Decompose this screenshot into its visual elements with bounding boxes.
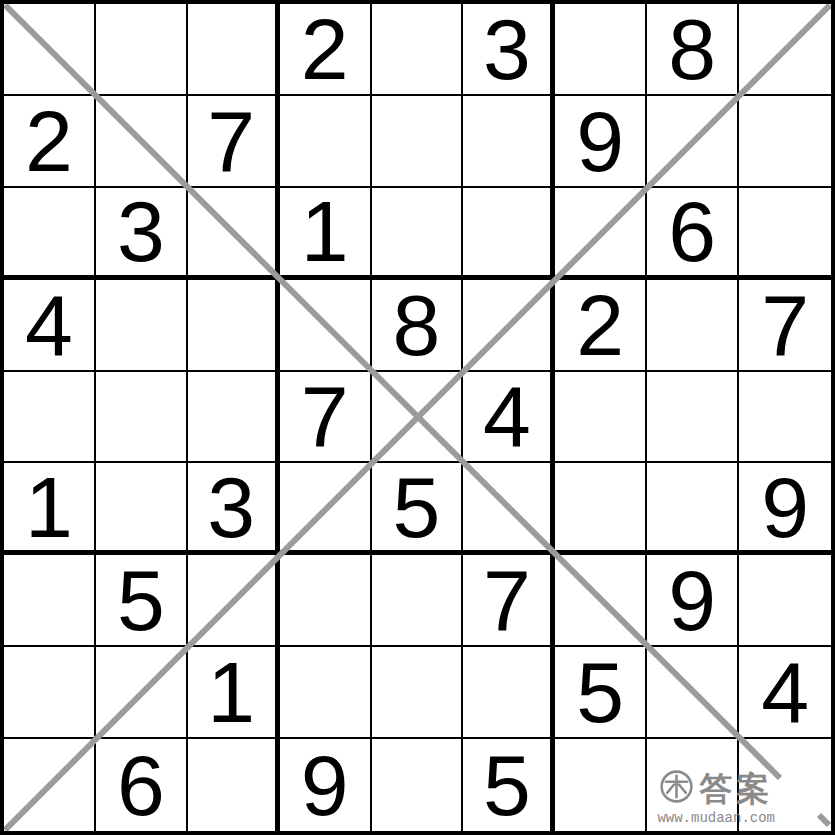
cell-r6c3[interactable]: 3 bbox=[188, 463, 280, 555]
cell-r4c7[interactable]: 2 bbox=[555, 280, 647, 372]
cell-r7c7[interactable] bbox=[555, 555, 647, 647]
cell-r6c9[interactable]: 9 bbox=[739, 463, 831, 555]
cell-r8c1[interactable] bbox=[4, 647, 96, 739]
cell-r6c6[interactable] bbox=[463, 463, 555, 555]
cell-r2c3[interactable]: 7 bbox=[188, 96, 280, 188]
cell-r5c8[interactable] bbox=[647, 372, 739, 464]
cell-r4c8[interactable] bbox=[647, 280, 739, 372]
watermark-url-text: www.mudaan.com bbox=[657, 811, 775, 825]
cell-r1c3[interactable] bbox=[188, 4, 280, 96]
cell-r7c6[interactable]: 7 bbox=[463, 555, 555, 647]
cell-r4c2[interactable] bbox=[96, 280, 188, 372]
cell-r4c9[interactable]: 7 bbox=[739, 280, 831, 372]
cell-r7c2[interactable]: 5 bbox=[96, 555, 188, 647]
cell-r4c5[interactable]: 8 bbox=[372, 280, 464, 372]
cell-r9c5[interactable] bbox=[372, 739, 464, 831]
cell-r8c7[interactable]: 5 bbox=[555, 647, 647, 739]
cell-r1c5[interactable] bbox=[372, 4, 464, 96]
cell-r1c9[interactable] bbox=[739, 4, 831, 96]
cell-r1c2[interactable] bbox=[96, 4, 188, 96]
cell-r8c2[interactable] bbox=[96, 647, 188, 739]
cell-r7c1[interactable] bbox=[4, 555, 96, 647]
cell-r5c4[interactable]: 7 bbox=[280, 372, 372, 464]
cell-r5c5[interactable] bbox=[372, 372, 464, 464]
cell-r3c2[interactable]: 3 bbox=[96, 188, 188, 280]
cell-r2c8[interactable] bbox=[647, 96, 739, 188]
cell-r1c1[interactable] bbox=[4, 4, 96, 96]
cell-r7c9[interactable] bbox=[739, 555, 831, 647]
cell-r6c1[interactable]: 1 bbox=[4, 463, 96, 555]
cell-r1c6[interactable]: 3 bbox=[463, 4, 555, 96]
watermark-brand-text: 答案 bbox=[699, 772, 773, 805]
cell-r5c1[interactable] bbox=[4, 372, 96, 464]
cell-r4c1[interactable]: 4 bbox=[4, 280, 96, 372]
cell-r3c5[interactable] bbox=[372, 188, 464, 280]
cell-r2c4[interactable] bbox=[280, 96, 372, 188]
cell-r5c3[interactable] bbox=[188, 372, 280, 464]
cell-r1c4[interactable]: 2 bbox=[280, 4, 372, 96]
cell-r3c8[interactable]: 6 bbox=[647, 188, 739, 280]
cell-r9c7[interactable] bbox=[555, 739, 647, 831]
cell-r1c7[interactable] bbox=[555, 4, 647, 96]
watermark: 答案 www.mudaan.com bbox=[657, 769, 775, 825]
sudoku-grid: 2382793164827741359579154695 bbox=[4, 4, 831, 831]
cell-r7c5[interactable] bbox=[372, 555, 464, 647]
cell-r8c9[interactable]: 4 bbox=[739, 647, 831, 739]
tree-kanji-circle-logo-icon bbox=[659, 769, 694, 808]
sudoku-board: 2382793164827741359579154695 答案 www.muda… bbox=[0, 0, 835, 835]
cell-r2c6[interactable] bbox=[463, 96, 555, 188]
cell-r3c9[interactable] bbox=[739, 188, 831, 280]
cell-r8c6[interactable] bbox=[463, 647, 555, 739]
cell-r6c4[interactable] bbox=[280, 463, 372, 555]
cell-r6c5[interactable]: 5 bbox=[372, 463, 464, 555]
cell-r2c2[interactable] bbox=[96, 96, 188, 188]
cell-r7c8[interactable]: 9 bbox=[647, 555, 739, 647]
cell-r2c9[interactable] bbox=[739, 96, 831, 188]
cell-r8c8[interactable] bbox=[647, 647, 739, 739]
cell-r4c4[interactable] bbox=[280, 280, 372, 372]
watermark-top-row: 答案 bbox=[657, 769, 775, 808]
cell-r2c7[interactable]: 9 bbox=[555, 96, 647, 188]
cell-r5c6[interactable]: 4 bbox=[463, 372, 555, 464]
cell-r9c6[interactable]: 5 bbox=[463, 739, 555, 831]
cell-r4c6[interactable] bbox=[463, 280, 555, 372]
cell-r3c4[interactable]: 1 bbox=[280, 188, 372, 280]
cell-r9c2[interactable]: 6 bbox=[96, 739, 188, 831]
cell-r7c4[interactable] bbox=[280, 555, 372, 647]
cell-r4c3[interactable] bbox=[188, 280, 280, 372]
cell-r3c3[interactable] bbox=[188, 188, 280, 280]
cell-r9c4[interactable]: 9 bbox=[280, 739, 372, 831]
cell-r3c1[interactable] bbox=[4, 188, 96, 280]
cell-r7c3[interactable] bbox=[188, 555, 280, 647]
cell-r2c5[interactable] bbox=[372, 96, 464, 188]
cell-r8c4[interactable] bbox=[280, 647, 372, 739]
cell-r2c1[interactable]: 2 bbox=[4, 96, 96, 188]
cell-r6c8[interactable] bbox=[647, 463, 739, 555]
cell-r8c3[interactable]: 1 bbox=[188, 647, 280, 739]
cell-r9c1[interactable] bbox=[4, 739, 96, 831]
cell-r3c7[interactable] bbox=[555, 188, 647, 280]
cell-r3c6[interactable] bbox=[463, 188, 555, 280]
cell-r8c5[interactable] bbox=[372, 647, 464, 739]
cell-r5c9[interactable] bbox=[739, 372, 831, 464]
cell-r6c2[interactable] bbox=[96, 463, 188, 555]
cell-r6c7[interactable] bbox=[555, 463, 647, 555]
cell-r5c2[interactable] bbox=[96, 372, 188, 464]
cell-r9c3[interactable] bbox=[188, 739, 280, 831]
cell-r5c7[interactable] bbox=[555, 372, 647, 464]
cell-r1c8[interactable]: 8 bbox=[647, 4, 739, 96]
